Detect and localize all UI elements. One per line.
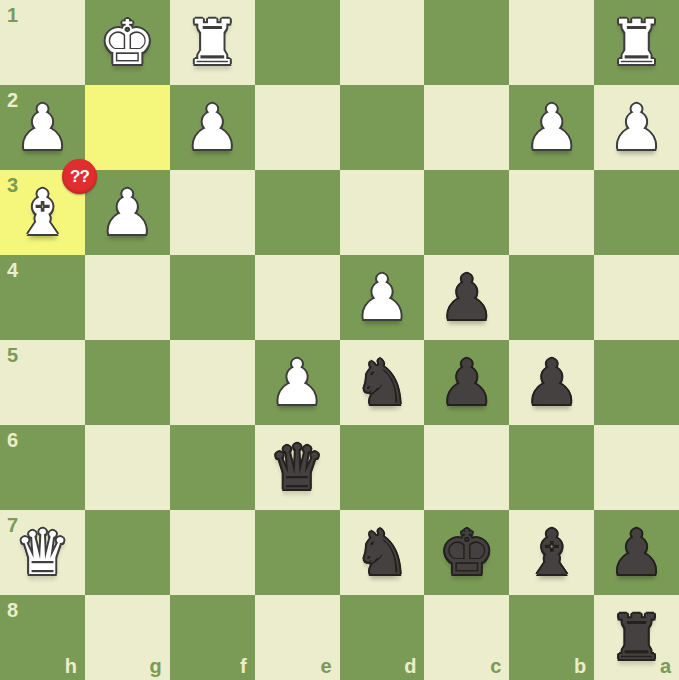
square-f5[interactable] — [170, 340, 255, 425]
square-g2[interactable] — [85, 85, 170, 170]
file-label-h: h — [65, 656, 77, 676]
black-pawn-c5[interactable]: ♟ — [424, 340, 509, 425]
square-e5[interactable]: ♟ — [255, 340, 340, 425]
square-b1[interactable] — [509, 0, 594, 85]
square-f7[interactable] — [170, 510, 255, 595]
square-f8[interactable]: f — [170, 595, 255, 680]
square-a4[interactable] — [594, 255, 679, 340]
square-a3[interactable] — [594, 170, 679, 255]
square-f2[interactable]: ♟ — [170, 85, 255, 170]
square-e3[interactable] — [255, 170, 340, 255]
file-label-c: c — [490, 656, 501, 676]
square-d8[interactable]: d — [340, 595, 425, 680]
square-h4[interactable]: 4 — [0, 255, 85, 340]
black-knight-d7[interactable]: ♞ — [340, 510, 425, 595]
square-e1[interactable] — [255, 0, 340, 85]
square-c8[interactable]: c — [424, 595, 509, 680]
square-d5[interactable]: ♞ — [340, 340, 425, 425]
square-b2[interactable]: ♟ — [509, 85, 594, 170]
square-c2[interactable] — [424, 85, 509, 170]
square-g4[interactable] — [85, 255, 170, 340]
square-a2[interactable]: ♟ — [594, 85, 679, 170]
white-pawn-g3[interactable]: ♟ — [85, 170, 170, 255]
square-f6[interactable] — [170, 425, 255, 510]
file-label-d: d — [404, 656, 416, 676]
square-h2[interactable]: 2♟ — [0, 85, 85, 170]
white-pawn-b2[interactable]: ♟ — [509, 85, 594, 170]
file-label-e: e — [320, 656, 331, 676]
square-b6[interactable] — [509, 425, 594, 510]
blunder-badge: ?? — [62, 159, 97, 194]
square-h6[interactable]: 6 — [0, 425, 85, 510]
black-rook-a8[interactable]: ♜ — [594, 595, 679, 680]
square-c6[interactable] — [424, 425, 509, 510]
square-g7[interactable] — [85, 510, 170, 595]
square-a7[interactable]: ♟ — [594, 510, 679, 595]
square-c5[interactable]: ♟ — [424, 340, 509, 425]
chess-board-container: 1♚♜♜2♟♟♟♟3♝♟4♟♟5♟♞♟♟6♛7♛♞♚♝♟8hgfedcba♜ ?… — [0, 0, 679, 680]
square-f4[interactable] — [170, 255, 255, 340]
white-pawn-e5[interactable]: ♟ — [255, 340, 340, 425]
rank-label-5: 5 — [7, 345, 18, 365]
square-h1[interactable]: 1 — [0, 0, 85, 85]
square-b4[interactable] — [509, 255, 594, 340]
square-e8[interactable]: e — [255, 595, 340, 680]
rank-label-8: 8 — [7, 600, 18, 620]
rank-label-4: 4 — [7, 260, 18, 280]
square-b3[interactable] — [509, 170, 594, 255]
square-c1[interactable] — [424, 0, 509, 85]
square-g3[interactable]: ♟ — [85, 170, 170, 255]
square-g8[interactable]: g — [85, 595, 170, 680]
white-pawn-h2[interactable]: ♟ — [0, 85, 85, 170]
white-queen-h7[interactable]: ♛ — [0, 510, 85, 595]
black-pawn-a7[interactable]: ♟ — [594, 510, 679, 595]
square-f3[interactable] — [170, 170, 255, 255]
white-rook-f1[interactable]: ♜ — [170, 0, 255, 85]
file-label-g: g — [150, 656, 162, 676]
square-e4[interactable] — [255, 255, 340, 340]
square-b5[interactable]: ♟ — [509, 340, 594, 425]
square-d2[interactable] — [340, 85, 425, 170]
square-d4[interactable]: ♟ — [340, 255, 425, 340]
square-e6[interactable]: ♛ — [255, 425, 340, 510]
square-a1[interactable]: ♜ — [594, 0, 679, 85]
rank-label-6: 6 — [7, 430, 18, 450]
file-label-b: b — [574, 656, 586, 676]
square-e2[interactable] — [255, 85, 340, 170]
square-h8[interactable]: 8h — [0, 595, 85, 680]
black-bishop-b7[interactable]: ♝ — [509, 510, 594, 595]
square-e7[interactable] — [255, 510, 340, 595]
square-d3[interactable] — [340, 170, 425, 255]
square-f1[interactable]: ♜ — [170, 0, 255, 85]
black-pawn-b5[interactable]: ♟ — [509, 340, 594, 425]
black-king-c7[interactable]: ♚ — [424, 510, 509, 595]
square-d1[interactable] — [340, 0, 425, 85]
black-queen-e6[interactable]: ♛ — [255, 425, 340, 510]
square-h5[interactable]: 5 — [0, 340, 85, 425]
square-b7[interactable]: ♝ — [509, 510, 594, 595]
black-knight-d5[interactable]: ♞ — [340, 340, 425, 425]
file-label-f: f — [240, 656, 247, 676]
white-pawn-d4[interactable]: ♟ — [340, 255, 425, 340]
square-g1[interactable]: ♚ — [85, 0, 170, 85]
square-h7[interactable]: 7♛ — [0, 510, 85, 595]
square-c3[interactable] — [424, 170, 509, 255]
white-pawn-f2[interactable]: ♟ — [170, 85, 255, 170]
rank-label-1: 1 — [7, 5, 18, 25]
white-rook-a1[interactable]: ♜ — [594, 0, 679, 85]
chess-board: 1♚♜♜2♟♟♟♟3♝♟4♟♟5♟♞♟♟6♛7♛♞♚♝♟8hgfedcba♜ — [0, 0, 679, 680]
square-b8[interactable]: b — [509, 595, 594, 680]
white-king-g1[interactable]: ♚ — [85, 0, 170, 85]
square-d6[interactable] — [340, 425, 425, 510]
square-c4[interactable]: ♟ — [424, 255, 509, 340]
black-pawn-c4[interactable]: ♟ — [424, 255, 509, 340]
white-pawn-a2[interactable]: ♟ — [594, 85, 679, 170]
square-a8[interactable]: a♜ — [594, 595, 679, 680]
square-g5[interactable] — [85, 340, 170, 425]
square-a5[interactable] — [594, 340, 679, 425]
square-d7[interactable]: ♞ — [340, 510, 425, 595]
square-g6[interactable] — [85, 425, 170, 510]
square-c7[interactable]: ♚ — [424, 510, 509, 595]
square-a6[interactable] — [594, 425, 679, 510]
